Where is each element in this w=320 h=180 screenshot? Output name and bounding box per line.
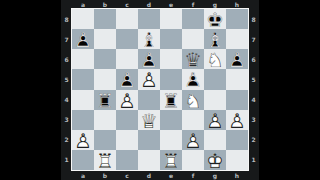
black-pawn-f5[interactable]: ♟♙ <box>182 69 204 89</box>
square-c2[interactable] <box>116 130 138 150</box>
black-pawn-a7[interactable]: ♟♙ <box>72 29 94 49</box>
black-king-g8[interactable]: ♚♔ <box>204 9 226 29</box>
left-rank-label-5: 5 <box>61 69 72 89</box>
left-rank-label-1: 1 <box>61 150 72 170</box>
piece-outline-glyph: ♙ <box>228 110 246 130</box>
white-queen-d3[interactable]: ♛♕ <box>138 110 160 130</box>
square-a8[interactable] <box>72 9 94 29</box>
square-g2[interactable] <box>204 130 226 150</box>
piece-outline-glyph: ♙ <box>184 70 202 90</box>
piece-outline-glyph: ♔ <box>206 10 224 30</box>
square-g3[interactable]: ♟♙ <box>204 110 226 130</box>
piece-outline-glyph: ♘ <box>206 50 224 70</box>
chess-board: abcdefgh8♚♔87♟♙♝♗♝♗76♟♙♛♕♞♘♟♙65♟♙♟♙♟♙54♜… <box>61 0 259 180</box>
square-f8[interactable] <box>182 9 204 29</box>
piece-outline-glyph: ♙ <box>140 50 158 70</box>
square-c3[interactable] <box>116 110 138 130</box>
piece-outline-glyph: ♙ <box>74 130 92 150</box>
black-bishop-d7[interactable]: ♝♗ <box>138 29 160 49</box>
square-h7[interactable] <box>226 29 248 49</box>
square-d6[interactable]: ♟♙ <box>138 49 160 69</box>
piece-outline-glyph: ♙ <box>118 70 136 90</box>
left-rank-label-7: 7 <box>61 29 72 49</box>
left-rank-label-3: 3 <box>61 110 72 130</box>
bottom-file-label-a: a <box>72 170 94 180</box>
square-b6[interactable] <box>94 49 116 69</box>
square-f3[interactable] <box>182 110 204 130</box>
square-d7[interactable]: ♝♗ <box>138 29 160 49</box>
square-a7[interactable]: ♟♙ <box>72 29 94 49</box>
board-border-corner <box>61 0 72 9</box>
square-d2[interactable] <box>138 130 160 150</box>
square-c4[interactable]: ♟♙ <box>116 90 138 110</box>
square-a2[interactable]: ♟♙ <box>72 130 94 150</box>
square-c8[interactable] <box>116 9 138 29</box>
square-e4[interactable]: ♜♖ <box>160 90 182 110</box>
square-e1[interactable]: ♜♖ <box>160 150 182 170</box>
bottom-file-label-d: d <box>138 170 160 180</box>
piece-outline-glyph: ♙ <box>206 110 224 130</box>
square-f1[interactable] <box>182 150 204 170</box>
piece-outline-glyph: ♙ <box>118 90 136 110</box>
piece-outline-glyph: ♖ <box>96 150 114 170</box>
board-border-corner <box>61 170 72 180</box>
bottom-file-label-f: f <box>182 170 204 180</box>
square-f6[interactable]: ♛♕ <box>182 49 204 69</box>
square-h1[interactable] <box>226 150 248 170</box>
right-rank-label-5: 5 <box>248 69 259 89</box>
square-h5[interactable] <box>226 69 248 89</box>
board-border-corner <box>248 170 259 180</box>
white-pawn-f2[interactable]: ♟♙ <box>182 130 204 150</box>
right-rank-label-7: 7 <box>248 29 259 49</box>
right-rank-label-1: 1 <box>248 150 259 170</box>
square-e8[interactable] <box>160 9 182 29</box>
square-e5[interactable] <box>160 69 182 89</box>
piece-outline-glyph: ♙ <box>184 130 202 150</box>
square-f2[interactable]: ♟♙ <box>182 130 204 150</box>
square-h3[interactable]: ♟♙ <box>226 110 248 130</box>
left-rank-label-8: 8 <box>61 9 72 29</box>
white-pawn-h3[interactable]: ♟♙ <box>226 110 248 130</box>
left-rank-label-2: 2 <box>61 130 72 150</box>
square-e3[interactable] <box>160 110 182 130</box>
top-file-label-a: a <box>72 0 94 9</box>
white-knight-f4[interactable]: ♞♘ <box>182 90 204 110</box>
piece-outline-glyph: ♙ <box>140 70 158 90</box>
square-d4[interactable] <box>138 90 160 110</box>
piece-outline-glyph: ♕ <box>184 50 202 70</box>
bottom-file-label-c: c <box>116 170 138 180</box>
square-g7[interactable]: ♝♗ <box>204 29 226 49</box>
square-c5[interactable]: ♟♙ <box>116 69 138 89</box>
square-f5[interactable]: ♟♙ <box>182 69 204 89</box>
piece-outline-glyph: ♔ <box>206 150 224 170</box>
top-file-label-f: f <box>182 0 204 9</box>
white-rook-e1[interactable]: ♜♖ <box>160 150 182 170</box>
square-h6[interactable]: ♟♙ <box>226 49 248 69</box>
black-pawn-h6[interactable]: ♟♙ <box>226 49 248 69</box>
white-rook-b1[interactable]: ♜♖ <box>94 150 116 170</box>
black-queen-f6[interactable]: ♛♕ <box>182 49 204 69</box>
white-pawn-c4[interactable]: ♟♙ <box>116 90 138 110</box>
square-c7[interactable] <box>116 29 138 49</box>
square-b8[interactable] <box>94 9 116 29</box>
square-a4[interactable] <box>72 90 94 110</box>
piece-outline-glyph: ♙ <box>74 30 92 50</box>
square-h8[interactable] <box>226 9 248 29</box>
top-file-label-b: b <box>94 0 116 9</box>
square-a5[interactable] <box>72 69 94 89</box>
square-d3[interactable]: ♛♕ <box>138 110 160 130</box>
square-b5[interactable] <box>94 69 116 89</box>
right-rank-label-4: 4 <box>248 90 259 110</box>
piece-outline-glyph: ♕ <box>140 110 158 130</box>
square-d8[interactable] <box>138 9 160 29</box>
square-g5[interactable] <box>204 69 226 89</box>
square-g4[interactable] <box>204 90 226 110</box>
right-rank-label-8: 8 <box>248 9 259 29</box>
square-a6[interactable] <box>72 49 94 69</box>
piece-outline-glyph: ♖ <box>96 90 114 110</box>
right-rank-label-3: 3 <box>248 110 259 130</box>
square-e7[interactable] <box>160 29 182 49</box>
piece-outline-glyph: ♘ <box>184 90 202 110</box>
board-border-corner <box>248 0 259 9</box>
black-pawn-d6[interactable]: ♟♙ <box>138 49 160 69</box>
top-file-label-d: d <box>138 0 160 9</box>
square-d5[interactable]: ♟♙ <box>138 69 160 89</box>
square-f4[interactable]: ♞♘ <box>182 90 204 110</box>
white-knight-g6[interactable]: ♞♘ <box>204 49 226 69</box>
top-file-label-e: e <box>160 0 182 9</box>
piece-outline-glyph: ♖ <box>162 90 180 110</box>
right-rank-label-2: 2 <box>248 130 259 150</box>
square-d1[interactable] <box>138 150 160 170</box>
piece-outline-glyph: ♗ <box>140 30 158 50</box>
white-king-g1[interactable]: ♚♔ <box>204 150 226 170</box>
right-rank-label-6: 6 <box>248 49 259 69</box>
square-c6[interactable] <box>116 49 138 69</box>
white-pawn-d5[interactable]: ♟♙ <box>138 69 160 89</box>
square-a1[interactable] <box>72 150 94 170</box>
square-g1[interactable]: ♚♔ <box>204 150 226 170</box>
black-rook-e4[interactable]: ♜♖ <box>160 90 182 110</box>
square-g8[interactable]: ♚♔ <box>204 9 226 29</box>
piece-outline-glyph: ♗ <box>206 30 224 50</box>
black-rook-b4[interactable]: ♜♖ <box>94 90 116 110</box>
square-a3[interactable] <box>72 110 94 130</box>
square-b1[interactable]: ♜♖ <box>94 150 116 170</box>
square-e6[interactable] <box>160 49 182 69</box>
white-pawn-g3[interactable]: ♟♙ <box>204 110 226 130</box>
square-b7[interactable] <box>94 29 116 49</box>
top-file-label-c: c <box>116 0 138 9</box>
top-file-label-h: h <box>226 0 248 9</box>
black-bishop-g7[interactable]: ♝♗ <box>204 29 226 49</box>
bottom-file-label-h: h <box>226 170 248 180</box>
black-pawn-c5[interactable]: ♟♙ <box>116 69 138 89</box>
piece-outline-glyph: ♖ <box>162 150 180 170</box>
square-h2[interactable] <box>226 130 248 150</box>
square-g6[interactable]: ♞♘ <box>204 49 226 69</box>
square-h4[interactable] <box>226 90 248 110</box>
piece-outline-glyph: ♙ <box>228 50 246 70</box>
white-pawn-a2[interactable]: ♟♙ <box>72 130 94 150</box>
left-rank-label-6: 6 <box>61 49 72 69</box>
square-b4[interactable]: ♜♖ <box>94 90 116 110</box>
square-b2[interactable] <box>94 130 116 150</box>
letterboxed-background: abcdefgh8♚♔87♟♙♝♗♝♗76♟♙♛♕♞♘♟♙65♟♙♟♙♟♙54♜… <box>0 0 320 180</box>
square-e2[interactable] <box>160 130 182 150</box>
square-b3[interactable] <box>94 110 116 130</box>
left-rank-label-4: 4 <box>61 90 72 110</box>
square-c1[interactable] <box>116 150 138 170</box>
board-grid: abcdefgh8♚♔87♟♙♝♗♝♗76♟♙♛♕♞♘♟♙65♟♙♟♙♟♙54♜… <box>61 0 259 180</box>
square-f7[interactable] <box>182 29 204 49</box>
